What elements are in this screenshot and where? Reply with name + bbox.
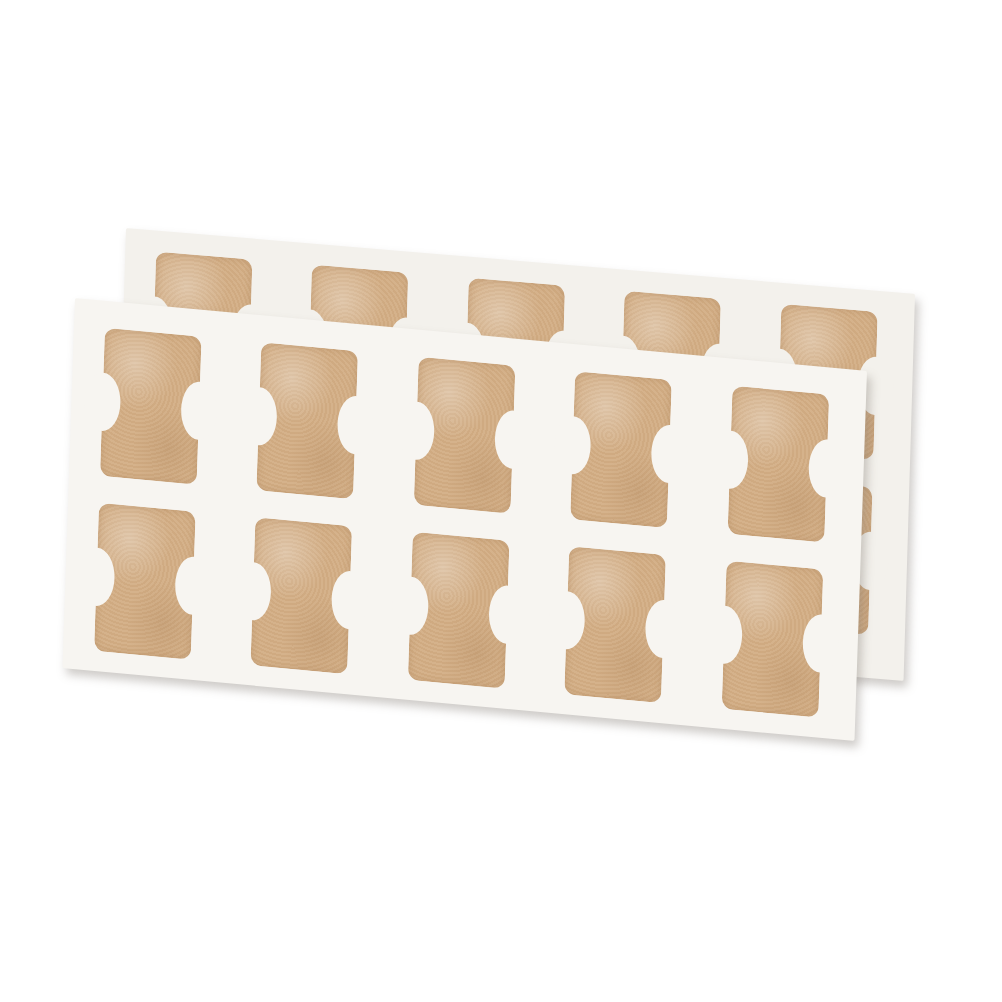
adhesive-patch: [722, 561, 824, 718]
adhesive-patch: [570, 371, 672, 528]
adhesive-patch: [250, 517, 352, 674]
adhesive-patch: [414, 357, 516, 514]
adhesive-patch: [94, 503, 196, 660]
adhesive-patch: [408, 532, 510, 689]
adhesive-patch: [728, 386, 830, 543]
adhesive-patch: [564, 546, 666, 703]
adhesive-patch: [100, 328, 202, 485]
product-photo-canvas: [0, 0, 1002, 1002]
adhesive-patch: [256, 342, 358, 499]
patch-sheet-front: [62, 298, 866, 741]
